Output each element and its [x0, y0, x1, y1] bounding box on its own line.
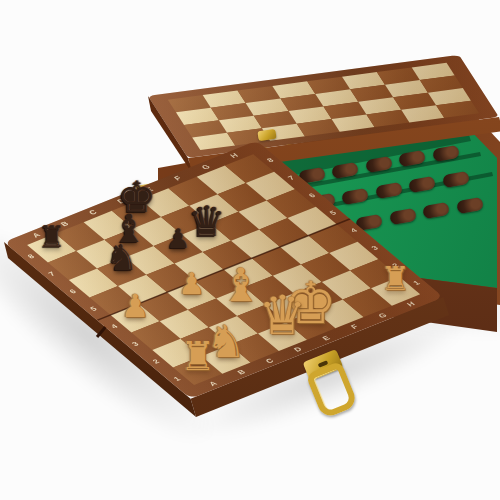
lid-square	[358, 97, 401, 114]
lid-square	[420, 75, 463, 92]
lid-square	[323, 102, 366, 119]
lid-square	[254, 111, 297, 128]
lid-square	[238, 86, 281, 103]
lid-square	[342, 72, 385, 89]
piece-black-knight-b6[interactable]: ♞	[106, 240, 138, 276]
piece-white-rook-h1[interactable]: ♜	[381, 262, 411, 295]
lid-square	[289, 106, 332, 123]
lid-square	[272, 81, 315, 98]
lid-square	[219, 116, 262, 133]
lid-square	[307, 77, 350, 94]
piece-black-rook-a8[interactable]: ♜	[38, 222, 65, 252]
lid-square	[280, 94, 323, 111]
piece-white-pawn-a4[interactable]: ♟	[121, 290, 150, 322]
lid-square	[315, 89, 358, 106]
lid-square	[436, 101, 479, 118]
lid-square	[203, 90, 246, 107]
lid-square	[332, 114, 375, 131]
lid-square	[297, 119, 340, 136]
lid-square	[412, 63, 455, 80]
lid-square	[401, 105, 444, 122]
lid-square	[428, 88, 471, 105]
lid-square	[366, 110, 409, 127]
lid-square	[393, 93, 436, 110]
lid-square	[192, 133, 235, 150]
piece-white-queen-d1[interactable]: ♛	[258, 289, 306, 343]
lid-square	[211, 103, 254, 120]
lid-square	[350, 85, 393, 102]
piece-white-bishop-d3[interactable]: ♝	[220, 261, 261, 307]
piece-black-pawn-d6[interactable]: ♟	[166, 225, 190, 252]
lid-square	[176, 108, 219, 125]
chess-set-photo: 88AA77BB66CC55DD44EE33FF22GG11HH ♜♚♝♞♟♛♟…	[0, 0, 500, 500]
lid-square	[184, 120, 227, 137]
piece-black-queen-e6[interactable]: ♛	[188, 201, 226, 243]
lid-square	[168, 95, 211, 112]
piece-white-pawn-c4[interactable]: ♟	[178, 269, 205, 299]
lid-square	[385, 80, 428, 97]
piece-white-rook-a1[interactable]: ♜	[180, 335, 216, 375]
lid-square	[246, 98, 289, 115]
lid-square	[377, 67, 420, 84]
